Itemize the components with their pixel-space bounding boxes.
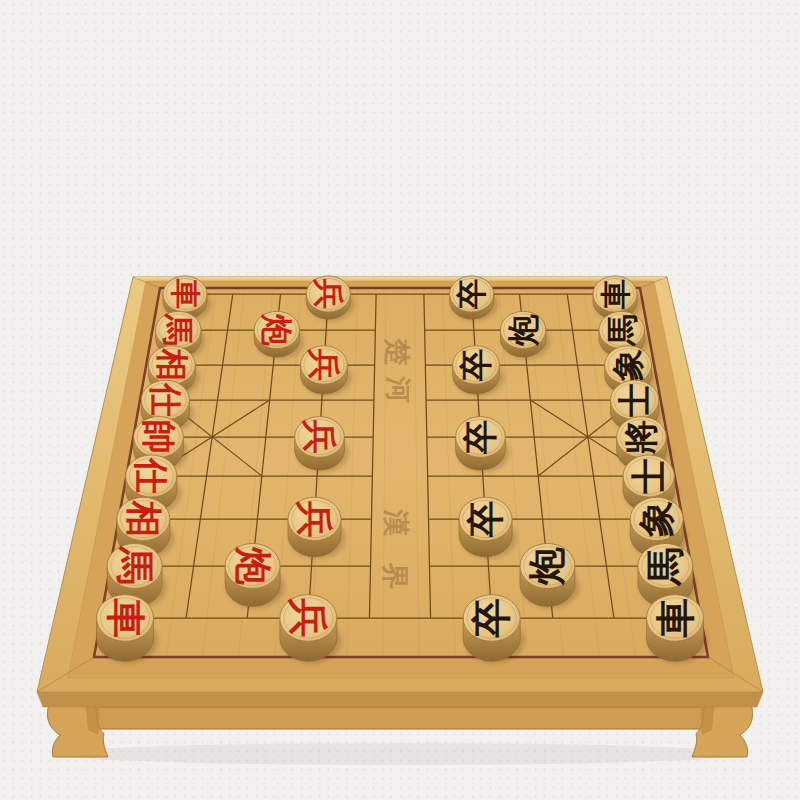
piece-glyph: 相 [122,500,165,538]
piece-red-chariot-b[interactable]: 車 [97,595,159,664]
piece-glyph: 士 [628,458,669,494]
piece-glyph: 車 [598,279,633,310]
table-apron [70,707,730,729]
piece-glyph: 帥 [139,420,179,454]
piece-glyph: 炮 [505,314,541,347]
piece-glyph: 兵 [293,501,336,538]
piece-black-cannon-b[interactable]: 炮 [520,543,580,608]
piece-glyph: 卒 [460,420,500,454]
piece-glyph: 將 [621,420,661,455]
piece-glyph: 馬 [643,547,687,587]
piece-glyph: 士 [615,383,654,417]
piece-glyph: 馬 [604,314,640,347]
river-char-jie: 界 [380,562,411,590]
piece-glyph: 車 [653,598,698,637]
piece-glyph: 仕 [146,381,185,416]
piece-glyph: 兵 [300,419,340,454]
piece-glyph: 兵 [286,597,331,637]
piece-glyph: 卒 [457,349,495,381]
piece-glyph: 炮 [259,313,295,346]
piece-glyph: 卒 [464,501,507,539]
piece-glyph: 兵 [305,348,343,381]
ground-shadow [55,743,745,765]
piece-glyph: 炮 [525,547,569,586]
piece-red-cannon-b[interactable]: 炮 [225,543,285,608]
river-char-han: 漢 [381,509,412,537]
piece-glyph: 炮 [231,546,275,585]
piece-glyph: 車 [103,598,148,637]
piece-glyph: 兵 [311,278,346,309]
piece-glyph: 仕 [131,456,172,493]
piece-glyph: 車 [168,278,203,309]
table-edge-lip [37,692,763,707]
piece-glyph: 象 [635,500,678,538]
xiangqi-table: 楚 河 漢 界 車兵車卒馬炮馬炮相兵象卒仕士帥兵將卒仕士相兵象卒馬炮馬炮車兵車卒 [0,0,800,800]
piece-red-soldier-4[interactable]: 兵 [288,497,346,558]
piece-glyph: 相 [153,348,191,381]
piece-glyph: 卒 [454,279,489,309]
piece-glyph: 馬 [113,545,157,585]
scene: 楚 河 漢 界 車兵車卒馬炮馬炮相兵象卒仕士帥兵將卒仕士相兵象卒馬炮馬炮車兵車卒 [0,0,800,800]
river-char-he: 河 [383,376,414,404]
piece-black-soldier-5[interactable]: 卒 [463,595,525,664]
piece-black-chariot-b[interactable]: 車 [647,595,709,664]
piece-glyph: 象 [609,348,647,382]
piece-glyph: 馬 [160,312,196,345]
piece-red-soldier-5[interactable]: 兵 [280,595,342,664]
river-char-chu: 楚 [382,338,413,367]
piece-glyph: 卒 [469,598,514,637]
